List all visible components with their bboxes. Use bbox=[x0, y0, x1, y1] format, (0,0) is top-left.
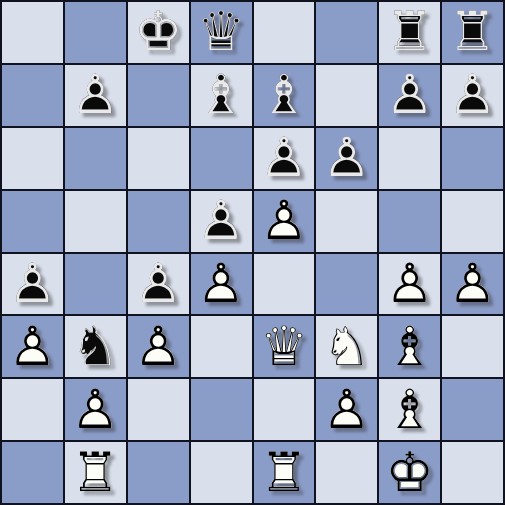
white-rook-icon: ♜♖ bbox=[254, 442, 315, 503]
square-e3[interactable]: ♛♕ bbox=[254, 316, 315, 377]
square-d6[interactable] bbox=[191, 128, 252, 189]
white-pawn-icon: ♟♙ bbox=[191, 254, 252, 315]
square-a8[interactable] bbox=[2, 2, 63, 63]
square-h8[interactable]: ♜♖ bbox=[442, 2, 503, 63]
square-d2[interactable] bbox=[191, 379, 252, 440]
square-c3[interactable]: ♟♙ bbox=[128, 316, 189, 377]
square-h5[interactable] bbox=[442, 191, 503, 252]
square-a2[interactable] bbox=[2, 379, 63, 440]
square-c5[interactable] bbox=[128, 191, 189, 252]
square-e8[interactable] bbox=[254, 2, 315, 63]
square-d7[interactable]: ♝♗ bbox=[191, 65, 252, 126]
square-g7[interactable]: ♟♙ bbox=[379, 65, 440, 126]
square-b4[interactable] bbox=[65, 254, 126, 315]
black-bishop-icon: ♝♗ bbox=[191, 65, 252, 126]
square-g1[interactable]: ♚♔ bbox=[379, 442, 440, 503]
black-bishop-icon: ♝♗ bbox=[254, 65, 315, 126]
white-pawn-icon: ♟♙ bbox=[128, 316, 189, 377]
square-c8[interactable]: ♚♔ bbox=[128, 2, 189, 63]
square-h3[interactable] bbox=[442, 316, 503, 377]
white-pawn-icon: ♟♙ bbox=[442, 254, 503, 315]
black-pawn-icon: ♟♙ bbox=[316, 128, 377, 189]
square-b2[interactable]: ♟♙ bbox=[65, 379, 126, 440]
square-c2[interactable] bbox=[128, 379, 189, 440]
square-e1[interactable]: ♜♖ bbox=[254, 442, 315, 503]
square-h1[interactable] bbox=[442, 442, 503, 503]
white-bishop-icon: ♝♗ bbox=[379, 316, 440, 377]
black-pawn-icon: ♟♙ bbox=[2, 254, 63, 315]
square-e4[interactable] bbox=[254, 254, 315, 315]
square-g8[interactable]: ♜♖ bbox=[379, 2, 440, 63]
white-pawn-icon: ♟♙ bbox=[379, 254, 440, 315]
black-pawn-icon: ♟♙ bbox=[128, 254, 189, 315]
square-b1[interactable]: ♜♖ bbox=[65, 442, 126, 503]
square-g2[interactable]: ♝♗ bbox=[379, 379, 440, 440]
square-b8[interactable] bbox=[65, 2, 126, 63]
square-d5[interactable]: ♟♙ bbox=[191, 191, 252, 252]
square-f6[interactable]: ♟♙ bbox=[316, 128, 377, 189]
square-f4[interactable] bbox=[316, 254, 377, 315]
white-queen-icon: ♛♕ bbox=[254, 316, 315, 377]
square-b5[interactable] bbox=[65, 191, 126, 252]
square-b6[interactable] bbox=[65, 128, 126, 189]
square-d1[interactable] bbox=[191, 442, 252, 503]
black-pawn-icon: ♟♙ bbox=[65, 65, 126, 126]
black-pawn-icon: ♟♙ bbox=[379, 65, 440, 126]
square-d3[interactable] bbox=[191, 316, 252, 377]
square-c7[interactable] bbox=[128, 65, 189, 126]
black-rook-icon: ♜♖ bbox=[442, 2, 503, 63]
white-bishop-icon: ♝♗ bbox=[379, 379, 440, 440]
white-pawn-icon: ♟♙ bbox=[316, 379, 377, 440]
white-pawn-icon: ♟♙ bbox=[65, 379, 126, 440]
black-king-icon: ♚♔ bbox=[128, 2, 189, 63]
square-b7[interactable]: ♟♙ bbox=[65, 65, 126, 126]
square-f3[interactable]: ♞♘ bbox=[316, 316, 377, 377]
square-f7[interactable] bbox=[316, 65, 377, 126]
white-pawn-icon: ♟♙ bbox=[2, 316, 63, 377]
square-e7[interactable]: ♝♗ bbox=[254, 65, 315, 126]
square-g5[interactable] bbox=[379, 191, 440, 252]
white-pawn-icon: ♟♙ bbox=[254, 191, 315, 252]
white-king-icon: ♚♔ bbox=[379, 442, 440, 503]
square-f5[interactable] bbox=[316, 191, 377, 252]
chess-board: ♚♔♛♕♜♖♜♖♟♙♝♗♝♗♟♙♟♙♟♙♟♙♟♙♟♙♟♙♟♙♟♙♟♙♟♙♟♙♞♘… bbox=[0, 0, 505, 505]
square-a3[interactable]: ♟♙ bbox=[2, 316, 63, 377]
square-e5[interactable]: ♟♙ bbox=[254, 191, 315, 252]
square-h2[interactable] bbox=[442, 379, 503, 440]
square-c6[interactable] bbox=[128, 128, 189, 189]
white-knight-icon: ♞♘ bbox=[316, 316, 377, 377]
square-g4[interactable]: ♟♙ bbox=[379, 254, 440, 315]
square-a4[interactable]: ♟♙ bbox=[2, 254, 63, 315]
square-d4[interactable]: ♟♙ bbox=[191, 254, 252, 315]
square-c4[interactable]: ♟♙ bbox=[128, 254, 189, 315]
square-f8[interactable] bbox=[316, 2, 377, 63]
black-queen-icon: ♛♕ bbox=[191, 2, 252, 63]
white-rook-icon: ♜♖ bbox=[65, 442, 126, 503]
square-f1[interactable] bbox=[316, 442, 377, 503]
square-a7[interactable] bbox=[2, 65, 63, 126]
square-h7[interactable]: ♟♙ bbox=[442, 65, 503, 126]
black-pawn-icon: ♟♙ bbox=[254, 128, 315, 189]
square-f2[interactable]: ♟♙ bbox=[316, 379, 377, 440]
square-c1[interactable] bbox=[128, 442, 189, 503]
square-a5[interactable] bbox=[2, 191, 63, 252]
black-pawn-icon: ♟♙ bbox=[442, 65, 503, 126]
square-g3[interactable]: ♝♗ bbox=[379, 316, 440, 377]
square-a1[interactable] bbox=[2, 442, 63, 503]
square-d8[interactable]: ♛♕ bbox=[191, 2, 252, 63]
square-g6[interactable] bbox=[379, 128, 440, 189]
square-h6[interactable] bbox=[442, 128, 503, 189]
black-pawn-icon: ♟♙ bbox=[191, 191, 252, 252]
black-knight-icon: ♞♘ bbox=[65, 316, 126, 377]
square-a6[interactable] bbox=[2, 128, 63, 189]
square-b3[interactable]: ♞♘ bbox=[65, 316, 126, 377]
square-h4[interactable]: ♟♙ bbox=[442, 254, 503, 315]
square-e2[interactable] bbox=[254, 379, 315, 440]
black-rook-icon: ♜♖ bbox=[379, 2, 440, 63]
square-e6[interactable]: ♟♙ bbox=[254, 128, 315, 189]
